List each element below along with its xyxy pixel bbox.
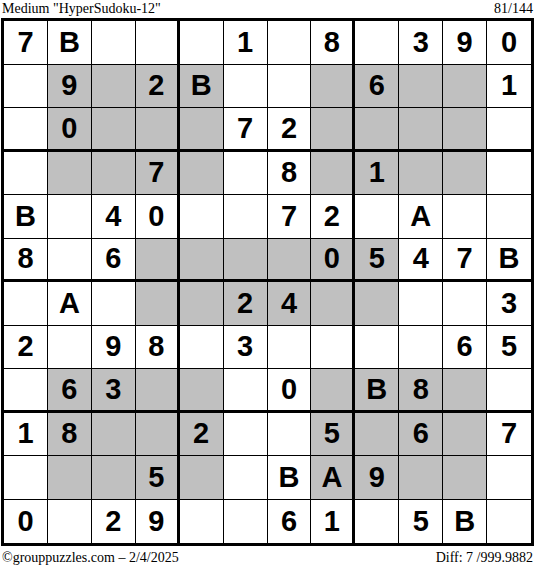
cell-r5c3[interactable]: 4 — [92, 195, 136, 239]
cell-r8c3[interactable]: 9 — [92, 326, 136, 370]
cell-r4c5[interactable] — [180, 152, 224, 196]
cell-r10c3[interactable] — [92, 413, 136, 457]
cell-r3c6[interactable]: 7 — [224, 108, 268, 152]
cell-r12c3[interactable]: 2 — [92, 500, 136, 544]
puzzle-counter: 81/144 — [494, 1, 533, 17]
cell-r2c8[interactable] — [311, 65, 355, 109]
cell-r5c2[interactable] — [48, 195, 92, 239]
cell-r7c5[interactable] — [180, 282, 224, 326]
cell-r1c10[interactable]: 3 — [399, 21, 443, 65]
cell-r7c7[interactable]: 4 — [268, 282, 312, 326]
cell-r10c4[interactable] — [136, 413, 180, 457]
cell-r9c3[interactable]: 3 — [92, 369, 136, 413]
cell-r6c5[interactable] — [180, 239, 224, 283]
cell-r2c11[interactable] — [443, 65, 487, 109]
cell-r6c7[interactable] — [268, 239, 312, 283]
copyright-text: ©grouppuzzles.com – 2/4/2025 — [2, 550, 179, 566]
cell-r12c12[interactable] — [487, 500, 531, 544]
cell-r3c1[interactable] — [4, 108, 48, 152]
cell-r3c4[interactable] — [136, 108, 180, 152]
cell-r2c4[interactable]: 2 — [136, 65, 180, 109]
cell-r12c5[interactable] — [180, 500, 224, 544]
cell-r11c1[interactable] — [4, 456, 48, 500]
cell-r7c8[interactable] — [311, 282, 355, 326]
cell-r4c4[interactable]: 7 — [136, 152, 180, 196]
cell-r5c12[interactable] — [487, 195, 531, 239]
cell-r12c9[interactable] — [355, 500, 399, 544]
cell-r8c12[interactable]: 5 — [487, 326, 531, 370]
cell-r7c10[interactable] — [399, 282, 443, 326]
cell-r11c5[interactable] — [180, 456, 224, 500]
cell-r8c9[interactable] — [355, 326, 399, 370]
cell-r4c6[interactable] — [224, 152, 268, 196]
cell-r10c11[interactable] — [443, 413, 487, 457]
cell-r6c6[interactable] — [224, 239, 268, 283]
cell-r5c9[interactable] — [355, 195, 399, 239]
cell-r7c3[interactable] — [92, 282, 136, 326]
cell-r4c12[interactable] — [487, 152, 531, 196]
cell-r1c3[interactable] — [92, 21, 136, 65]
cell-r1c6[interactable]: 1 — [224, 21, 268, 65]
cell-r3c5[interactable] — [180, 108, 224, 152]
cell-r1c5[interactable] — [180, 21, 224, 65]
cell-r8c8[interactable] — [311, 326, 355, 370]
cell-r12c7[interactable]: 6 — [268, 500, 312, 544]
cell-r8c11[interactable]: 6 — [443, 326, 487, 370]
cell-r10c5[interactable]: 2 — [180, 413, 224, 457]
cell-r11c11[interactable] — [443, 456, 487, 500]
cell-r2c7[interactable] — [268, 65, 312, 109]
cell-r6c12[interactable]: B — [487, 239, 531, 283]
cell-r6c4[interactable] — [136, 239, 180, 283]
cell-r11c3[interactable] — [92, 456, 136, 500]
page-title: Medium "HyperSudoku-12" — [2, 1, 161, 17]
cell-r11c8[interactable]: A — [311, 456, 355, 500]
cell-r3c9[interactable] — [355, 108, 399, 152]
cell-r12c8[interactable]: 1 — [311, 500, 355, 544]
cell-r9c12[interactable] — [487, 369, 531, 413]
cell-r4c1[interactable] — [4, 152, 48, 196]
cell-r11c10[interactable] — [399, 456, 443, 500]
cell-r1c12[interactable]: 0 — [487, 21, 531, 65]
cell-r11c12[interactable] — [487, 456, 531, 500]
cell-r10c9[interactable] — [355, 413, 399, 457]
cell-r11c9[interactable]: 9 — [355, 456, 399, 500]
cell-r10c1[interactable]: 1 — [4, 413, 48, 457]
cell-r1c11[interactable]: 9 — [443, 21, 487, 65]
cell-r7c2[interactable]: A — [48, 282, 92, 326]
cell-r8c2[interactable] — [48, 326, 92, 370]
cell-r7c12[interactable]: 3 — [487, 282, 531, 326]
cell-r9c1[interactable] — [4, 369, 48, 413]
cell-r4c10[interactable] — [399, 152, 443, 196]
cell-r7c9[interactable] — [355, 282, 399, 326]
cell-r6c8[interactable]: 0 — [311, 239, 355, 283]
cell-r4c8[interactable] — [311, 152, 355, 196]
cell-r8c1[interactable]: 2 — [4, 326, 48, 370]
cell-r9c10[interactable]: 8 — [399, 369, 443, 413]
cell-r8c4[interactable]: 8 — [136, 326, 180, 370]
cell-r6c11[interactable]: 7 — [443, 239, 487, 283]
cell-r2c1[interactable] — [4, 65, 48, 109]
cell-r5c8[interactable]: 2 — [311, 195, 355, 239]
cell-r6c9[interactable]: 5 — [355, 239, 399, 283]
cell-r1c1[interactable]: 7 — [4, 21, 48, 65]
cell-r3c10[interactable] — [399, 108, 443, 152]
cell-r9c9[interactable]: B — [355, 369, 399, 413]
cell-r2c9[interactable]: 6 — [355, 65, 399, 109]
cell-r4c7[interactable]: 8 — [268, 152, 312, 196]
cell-r5c1[interactable]: B — [4, 195, 48, 239]
cell-r12c6[interactable] — [224, 500, 268, 544]
cell-r9c7[interactable]: 0 — [268, 369, 312, 413]
cell-r5c4[interactable]: 0 — [136, 195, 180, 239]
cell-r10c10[interactable]: 6 — [399, 413, 443, 457]
cell-r1c4[interactable] — [136, 21, 180, 65]
cell-r9c5[interactable] — [180, 369, 224, 413]
cell-r4c3[interactable] — [92, 152, 136, 196]
cell-r8c7[interactable] — [268, 326, 312, 370]
cell-r1c8[interactable]: 8 — [311, 21, 355, 65]
cell-r3c3[interactable] — [92, 108, 136, 152]
cell-r6c1[interactable]: 8 — [4, 239, 48, 283]
cell-r7c6[interactable]: 2 — [224, 282, 268, 326]
cell-r3c2[interactable]: 0 — [48, 108, 92, 152]
cell-r10c8[interactable]: 5 — [311, 413, 355, 457]
cell-r12c10[interactable]: 5 — [399, 500, 443, 544]
cell-r12c2[interactable] — [48, 500, 92, 544]
cell-r3c7[interactable]: 2 — [268, 108, 312, 152]
cell-r5c11[interactable] — [443, 195, 487, 239]
cell-r12c4[interactable]: 9 — [136, 500, 180, 544]
sudoku-board: 7B1839092B61072781B4072A860547BA24329836… — [1, 18, 534, 546]
cell-r5c5[interactable] — [180, 195, 224, 239]
cell-r8c10[interactable] — [399, 326, 443, 370]
cell-r3c8[interactable] — [311, 108, 355, 152]
cell-r10c6[interactable] — [224, 413, 268, 457]
cell-r1c7[interactable] — [268, 21, 312, 65]
cell-r2c5[interactable]: B — [180, 65, 224, 109]
cell-r11c7[interactable]: B — [268, 456, 312, 500]
cell-r10c2[interactable]: 8 — [48, 413, 92, 457]
cell-r6c3[interactable]: 6 — [92, 239, 136, 283]
cell-r9c4[interactable] — [136, 369, 180, 413]
cell-r2c3[interactable] — [92, 65, 136, 109]
cell-r9c2[interactable]: 6 — [48, 369, 92, 413]
cell-r5c10[interactable]: A — [399, 195, 443, 239]
cell-r4c2[interactable] — [48, 152, 92, 196]
cell-r3c11[interactable] — [443, 108, 487, 152]
cell-r11c6[interactable] — [224, 456, 268, 500]
cell-r2c10[interactable] — [399, 65, 443, 109]
cell-r7c4[interactable] — [136, 282, 180, 326]
cell-r2c2[interactable]: 9 — [48, 65, 92, 109]
cell-r10c7[interactable] — [268, 413, 312, 457]
cell-r5c7[interactable]: 7 — [268, 195, 312, 239]
difficulty-text: Diff: 7 /999.9882 — [436, 550, 533, 566]
cell-r6c10[interactable]: 4 — [399, 239, 443, 283]
cell-r1c9[interactable] — [355, 21, 399, 65]
cell-r4c9[interactable]: 1 — [355, 152, 399, 196]
cell-r2c6[interactable] — [224, 65, 268, 109]
cell-r1c2[interactable]: B — [48, 21, 92, 65]
cell-r6c2[interactable] — [48, 239, 92, 283]
cell-r3c12[interactable] — [487, 108, 531, 152]
cell-r9c8[interactable] — [311, 369, 355, 413]
cell-r8c6[interactable]: 3 — [224, 326, 268, 370]
cell-r9c11[interactable] — [443, 369, 487, 413]
cell-r8c5[interactable] — [180, 326, 224, 370]
cell-r11c2[interactable] — [48, 456, 92, 500]
cell-r2c12[interactable]: 1 — [487, 65, 531, 109]
cell-r12c1[interactable]: 0 — [4, 500, 48, 544]
cell-r5c6[interactable] — [224, 195, 268, 239]
cell-r7c11[interactable] — [443, 282, 487, 326]
cell-r10c12[interactable]: 7 — [487, 413, 531, 457]
cell-r4c11[interactable] — [443, 152, 487, 196]
cell-r12c11[interactable]: B — [443, 500, 487, 544]
cell-r9c6[interactable] — [224, 369, 268, 413]
cell-r11c4[interactable]: 5 — [136, 456, 180, 500]
cell-r7c1[interactable] — [4, 282, 48, 326]
